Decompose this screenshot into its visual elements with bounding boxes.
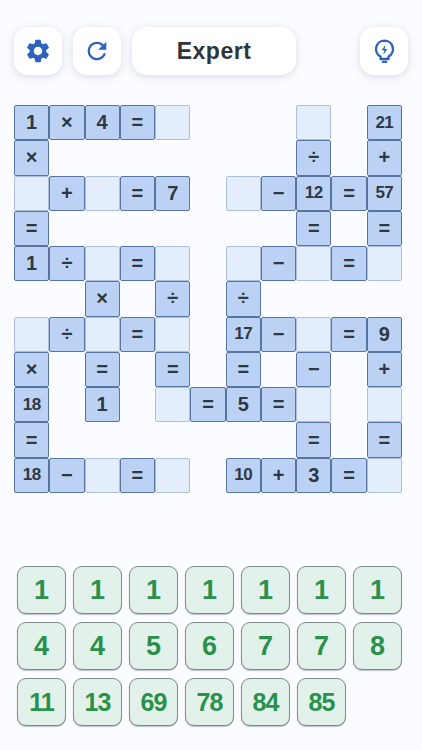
cell-r3c7[interactable]: [226, 176, 261, 211]
cell-r10c9: =: [296, 422, 331, 457]
cell-r7c6: [190, 317, 225, 352]
cell-r1c3: 4: [85, 105, 120, 140]
cell-r8c9: −: [296, 352, 331, 387]
tile-row-1: 1111111: [17, 566, 405, 614]
cell-r5c11[interactable]: [367, 246, 402, 281]
cell-r2c11: +: [367, 140, 402, 175]
cell-r9c4: [120, 387, 155, 422]
cell-r8c7: =: [226, 352, 261, 387]
cell-r7c9[interactable]: [296, 317, 331, 352]
tile-row-2: 4456778: [17, 622, 405, 670]
restart-button[interactable]: [73, 27, 121, 75]
tile-1-r1i4[interactable]: 1: [185, 566, 234, 614]
cell-r9c7: 5: [226, 387, 261, 422]
cell-r1c10: [331, 105, 366, 140]
cell-r10c1: =: [14, 422, 49, 457]
cell-r9c3: 1: [85, 387, 120, 422]
cell-r3c2: +: [49, 176, 84, 211]
cell-r2c6: [190, 140, 225, 175]
cell-r3c6: [190, 176, 225, 211]
cell-r10c10: [331, 422, 366, 457]
cell-r8c11: +: [367, 352, 402, 387]
cell-r11c10: =: [331, 458, 366, 493]
cell-r4c7: [226, 211, 261, 246]
cell-r8c4: [120, 352, 155, 387]
cell-r2c4: [120, 140, 155, 175]
hint-button[interactable]: [360, 27, 408, 75]
cell-r8c5: =: [155, 352, 190, 387]
cell-r11c11[interactable]: [367, 458, 402, 493]
cell-r4c10: [331, 211, 366, 246]
cell-r5c7[interactable]: [226, 246, 261, 281]
cell-r4c8: [261, 211, 296, 246]
tile-69-r3i3[interactable]: 69: [129, 678, 178, 726]
cell-r11c6: [190, 458, 225, 493]
cell-r6c5: ÷: [155, 281, 190, 316]
tile-8-r2i7[interactable]: 8: [353, 622, 402, 670]
cell-r7c8: −: [261, 317, 296, 352]
cell-r4c9: =: [296, 211, 331, 246]
cell-r5c6: [190, 246, 225, 281]
cell-r7c11: 9: [367, 317, 402, 352]
cell-r10c8: [261, 422, 296, 457]
cell-r5c3[interactable]: [85, 246, 120, 281]
cell-r9c9[interactable]: [296, 387, 331, 422]
cell-r11c5[interactable]: [155, 458, 190, 493]
cell-r1c1: 1: [14, 105, 49, 140]
tile-6-r2i4[interactable]: 6: [185, 622, 234, 670]
cell-r11c2: −: [49, 458, 84, 493]
cell-r9c6: =: [190, 387, 225, 422]
cell-r10c6: [190, 422, 225, 457]
cell-r6c8: [261, 281, 296, 316]
cell-r3c9: 12: [296, 176, 331, 211]
cell-r4c5: [155, 211, 190, 246]
cell-r1c2: ×: [49, 105, 84, 140]
cell-r6c10: [331, 281, 366, 316]
tile-4-r2i1[interactable]: 4: [17, 622, 66, 670]
settings-button[interactable]: [14, 27, 62, 75]
cell-r1c6: [190, 105, 225, 140]
cell-r1c5[interactable]: [155, 105, 190, 140]
cell-r8c8: [261, 352, 296, 387]
cell-r5c8: −: [261, 246, 296, 281]
cell-r4c2: [49, 211, 84, 246]
cell-r8c1: ×: [14, 352, 49, 387]
tile-row-3: 111369788485: [17, 678, 405, 726]
cell-r8c6: [190, 352, 225, 387]
tile-85-r3i6[interactable]: 85: [297, 678, 346, 726]
cell-r6c7: ÷: [226, 281, 261, 316]
cell-r5c5[interactable]: [155, 246, 190, 281]
cell-r6c9: [296, 281, 331, 316]
tile-1-r1i6[interactable]: 1: [297, 566, 346, 614]
cell-r3c3[interactable]: [85, 176, 120, 211]
cell-r6c11: [367, 281, 402, 316]
tile-78-r3i4[interactable]: 78: [185, 678, 234, 726]
tile-7-r2i6[interactable]: 7: [297, 622, 346, 670]
cell-r4c11: =: [367, 211, 402, 246]
cell-r5c1: 1: [14, 246, 49, 281]
cell-r3c4: =: [120, 176, 155, 211]
cell-r2c8: [261, 140, 296, 175]
tile-11-r3i1[interactable]: 11: [17, 678, 66, 726]
cell-r11c4: =: [120, 458, 155, 493]
cell-r10c4: [120, 422, 155, 457]
cell-r11c8: +: [261, 458, 296, 493]
tile-1-r1i1[interactable]: 1: [17, 566, 66, 614]
cell-r3c11: 57: [367, 176, 402, 211]
cell-r11c3[interactable]: [85, 458, 120, 493]
cell-r10c2: [49, 422, 84, 457]
cell-r7c7: 17: [226, 317, 261, 352]
cell-r8c10: [331, 352, 366, 387]
tile-1-r1i2[interactable]: 1: [73, 566, 122, 614]
tile-tray: 11111114456778111369788485: [17, 566, 405, 726]
cell-r8c2: [49, 352, 84, 387]
restart-icon: [83, 37, 111, 65]
cell-r3c5: 7: [155, 176, 190, 211]
cell-r7c4: =: [120, 317, 155, 352]
cell-r7c5[interactable]: [155, 317, 190, 352]
difficulty-label: Expert: [132, 27, 296, 75]
cell-r3c10: =: [331, 176, 366, 211]
cell-r9c2: [49, 387, 84, 422]
cell-r11c1: 18: [14, 458, 49, 493]
header: Expert: [14, 27, 408, 75]
cell-r2c10: [331, 140, 366, 175]
cell-r6c1: [14, 281, 49, 316]
cell-r7c2: ÷: [49, 317, 84, 352]
cell-r10c11: =: [367, 422, 402, 457]
cell-r11c9: 3: [296, 458, 331, 493]
cell-r9c8: =: [261, 387, 296, 422]
cell-r6c4: [120, 281, 155, 316]
cell-r1c9[interactable]: [296, 105, 331, 140]
cell-r10c5: [155, 422, 190, 457]
cell-r5c2: ÷: [49, 246, 84, 281]
cell-r1c8: [261, 105, 296, 140]
tile-1-r1i7[interactable]: 1: [353, 566, 402, 614]
cell-r8c3: =: [85, 352, 120, 387]
cell-r2c3: [85, 140, 120, 175]
cell-r5c9[interactable]: [296, 246, 331, 281]
cell-r9c11[interactable]: [367, 387, 402, 422]
tile-1-r1i5[interactable]: 1: [241, 566, 290, 614]
cell-r10c7: [226, 422, 261, 457]
cell-r1c11: 21: [367, 105, 402, 140]
cell-r2c5: [155, 140, 190, 175]
cell-r2c1: ×: [14, 140, 49, 175]
gear-icon: [24, 37, 52, 65]
cell-r5c10: =: [331, 246, 366, 281]
cell-r7c3[interactable]: [85, 317, 120, 352]
tile-1-r1i3[interactable]: 1: [129, 566, 178, 614]
cell-r9c1: 18: [14, 387, 49, 422]
cell-r4c6: [190, 211, 225, 246]
tile-7-r2i5[interactable]: 7: [241, 622, 290, 670]
cell-r7c1[interactable]: [14, 317, 49, 352]
tile-4-r2i2[interactable]: 4: [73, 622, 122, 670]
cell-r1c7: [226, 105, 261, 140]
cell-r4c1: =: [14, 211, 49, 246]
cell-r3c8: −: [261, 176, 296, 211]
hint-bulb-icon: [370, 37, 399, 66]
cell-r2c2: [49, 140, 84, 175]
cell-r6c6: [190, 281, 225, 316]
board: 1×4=21×÷++=7−12=57===1÷=−=×÷÷÷=17−=9×===…: [14, 105, 402, 493]
cell-r11c7: 10: [226, 458, 261, 493]
cell-r2c9: ÷: [296, 140, 331, 175]
cell-r7c10: =: [331, 317, 366, 352]
tile-13-r3i2[interactable]: 13: [73, 678, 122, 726]
cell-r5c4: =: [120, 246, 155, 281]
tile-84-r3i5[interactable]: 84: [241, 678, 290, 726]
cell-r1c4: =: [120, 105, 155, 140]
cell-r10c3: [85, 422, 120, 457]
cell-r2c7: [226, 140, 261, 175]
cell-r3c1[interactable]: [14, 176, 49, 211]
tile-5-r2i3[interactable]: 5: [129, 622, 178, 670]
cell-r9c10: [331, 387, 366, 422]
cell-r4c4: [120, 211, 155, 246]
cell-r6c2: [49, 281, 84, 316]
cell-r9c5[interactable]: [155, 387, 190, 422]
cell-r4c3: [85, 211, 120, 246]
cell-r6c3: ×: [85, 281, 120, 316]
